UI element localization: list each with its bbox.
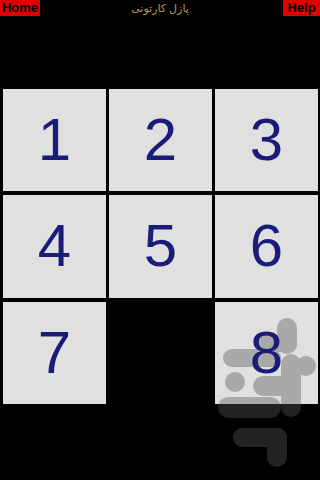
- tile-8[interactable]: 8: [215, 302, 318, 404]
- tile-7-number: 7: [38, 323, 71, 383]
- tile-7[interactable]: 7: [3, 302, 106, 404]
- tile-1-number: 1: [38, 110, 71, 170]
- home-button[interactable]: Home: [0, 0, 40, 16]
- tile-2-number: 2: [144, 110, 177, 170]
- top-bar: Home پازل کارتونی Help: [0, 0, 320, 17]
- tile-3[interactable]: 3: [215, 89, 318, 191]
- tile-6[interactable]: 6: [215, 195, 318, 297]
- app-title: پازل کارتونی: [50, 0, 270, 16]
- app-screen: Home پازل کارتونی Help 1 2 3 4 5 6 7 8: [0, 0, 320, 480]
- tile-1[interactable]: 1: [3, 89, 106, 191]
- tile-2[interactable]: 2: [109, 89, 212, 191]
- blank-cell: [109, 302, 212, 404]
- tile-6-number: 6: [250, 216, 283, 276]
- help-button[interactable]: Help: [283, 0, 320, 16]
- tile-5[interactable]: 5: [109, 195, 212, 297]
- puzzle-board: 1 2 3 4 5 6 7 8: [3, 89, 318, 404]
- tile-4-number: 4: [38, 216, 71, 276]
- tile-4[interactable]: 4: [3, 195, 106, 297]
- tile-5-number: 5: [144, 216, 177, 276]
- tile-8-number: 8: [250, 323, 283, 383]
- tile-3-number: 3: [250, 110, 283, 170]
